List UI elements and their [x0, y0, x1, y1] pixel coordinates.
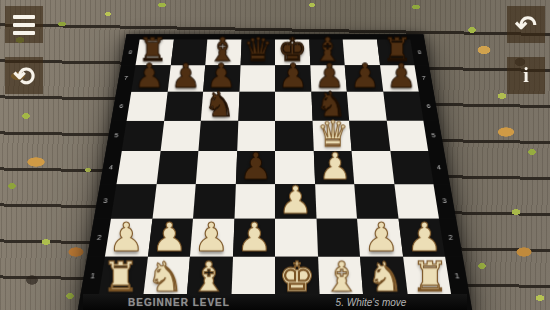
square-b6[interactable]: [164, 92, 203, 121]
undo-button[interactable]: ↶: [507, 6, 545, 43]
piece-black-knight-c6[interactable]: ♞: [201, 85, 238, 124]
piece-black-pawn-a7[interactable]: ♟: [131, 57, 167, 94]
square-h8[interactable]: ♜: [377, 39, 415, 64]
square-a5[interactable]: [122, 120, 164, 151]
square-c2[interactable]: ♟: [190, 219, 234, 257]
square-g8[interactable]: [343, 39, 380, 64]
square-c3[interactable]: [193, 184, 235, 219]
square-h4[interactable]: [390, 151, 434, 184]
rank-label-right-8: 8: [410, 39, 429, 64]
piece-black-rook-h8[interactable]: ♜: [380, 31, 415, 67]
square-c5[interactable]: [198, 120, 238, 151]
square-b5[interactable]: [160, 120, 201, 151]
piece-black-queen-d8[interactable]: ♛: [240, 31, 275, 67]
status-bar: BEGINNER LEVEL 5. White's move: [83, 294, 467, 310]
square-e7[interactable]: ♟: [275, 65, 311, 92]
square-f6[interactable]: ♞: [311, 92, 349, 121]
square-d2[interactable]: ♟: [232, 219, 275, 257]
square-e5[interactable]: [275, 120, 313, 151]
square-c4[interactable]: [196, 151, 237, 184]
square-d6[interactable]: [238, 92, 275, 121]
level-label: BEGINNER LEVEL: [83, 297, 275, 308]
menu-button[interactable]: [5, 6, 43, 43]
square-g5[interactable]: [349, 120, 390, 151]
chessboard-scene: 8♜♝♛♚♝♜87♟♟♟♟♟♟♟76♞♞65♛54♟♟43♟32♟♟♟♟♟♟21…: [105, 0, 445, 310]
square-h2[interactable]: ♟: [398, 219, 445, 257]
square-b3[interactable]: [152, 184, 196, 219]
square-g4[interactable]: [352, 151, 394, 184]
square-a1[interactable]: ♜: [99, 256, 148, 296]
board-frame-top: [126, 34, 425, 39]
square-g2[interactable]: ♟: [357, 219, 403, 257]
square-a6[interactable]: [127, 92, 168, 121]
piece-black-pawn-c7[interactable]: ♟: [203, 57, 239, 94]
undo-icon: ↶: [515, 12, 537, 38]
piece-black-knight-f6[interactable]: ♞: [312, 85, 349, 124]
square-b4[interactable]: [156, 151, 198, 184]
square-h7[interactable]: ♟: [380, 65, 419, 92]
rank-label-left-8: 8: [121, 39, 140, 64]
piece-black-bishop-c8[interactable]: ♝: [205, 31, 240, 67]
info-button[interactable]: i: [507, 57, 545, 94]
square-h3[interactable]: [394, 184, 439, 219]
square-e6[interactable]: [275, 92, 312, 121]
square-g6[interactable]: [347, 92, 386, 121]
piece-black-pawn-h7[interactable]: ♟: [383, 57, 419, 94]
square-a3[interactable]: [111, 184, 156, 219]
piece-black-pawn-g7[interactable]: ♟: [347, 57, 383, 94]
rank-label-left-6: 6: [111, 92, 131, 121]
rank-label-right-4: 4: [428, 151, 450, 184]
square-h6[interactable]: [383, 92, 424, 121]
square-f1[interactable]: ♝: [318, 256, 364, 296]
square-d4[interactable]: ♟: [235, 151, 275, 184]
square-h1[interactable]: ♜: [403, 256, 452, 296]
piece-white-pawn-d2[interactable]: ♟: [233, 215, 275, 259]
rotate-icon: ⟲: [13, 63, 35, 89]
square-f7[interactable]: ♟: [310, 65, 347, 92]
square-g3[interactable]: [354, 184, 398, 219]
rank-label-right-6: 6: [419, 92, 439, 121]
square-d7[interactable]: [239, 65, 275, 92]
rank-label-left-7: 7: [116, 65, 135, 92]
square-f8[interactable]: ♝: [309, 39, 345, 64]
square-e8[interactable]: ♚: [275, 39, 310, 64]
square-a7[interactable]: ♟: [131, 65, 170, 92]
square-a8[interactable]: ♜: [136, 39, 174, 64]
piece-white-pawn-e3[interactable]: ♟: [275, 179, 316, 222]
square-e1[interactable]: ♚: [275, 256, 319, 296]
move-status: 5. White's move: [275, 297, 467, 308]
square-c1[interactable]: ♝: [187, 256, 233, 296]
square-c6[interactable]: ♞: [201, 92, 239, 121]
square-e3[interactable]: ♟: [275, 184, 316, 219]
square-f4[interactable]: ♟: [313, 151, 354, 184]
square-d8[interactable]: ♛: [240, 39, 275, 64]
rank-label-left-5: 5: [106, 120, 127, 151]
piece-black-pawn-e7[interactable]: ♟: [275, 57, 311, 94]
piece-black-pawn-f7[interactable]: ♟: [311, 57, 347, 94]
piece-white-pawn-f4[interactable]: ♟: [315, 146, 355, 187]
rank-label-right-5: 5: [423, 120, 444, 151]
square-f2[interactable]: [316, 219, 360, 257]
hamburger-icon: [13, 31, 35, 35]
rank-label-right-7: 7: [414, 65, 433, 92]
piece-black-rook-a8[interactable]: ♜: [136, 31, 171, 67]
hamburger-icon: [13, 15, 35, 19]
square-b1[interactable]: ♞: [143, 256, 190, 296]
hamburger-icon: [13, 23, 35, 27]
square-h5[interactable]: [386, 120, 428, 151]
square-d3[interactable]: [234, 184, 275, 219]
rotate-board-button[interactable]: ⟲: [5, 57, 43, 94]
square-a2[interactable]: ♟: [105, 219, 152, 257]
square-b8[interactable]: [170, 39, 207, 64]
square-d1[interactable]: [231, 256, 275, 296]
square-a4[interactable]: [117, 151, 161, 184]
piece-black-king-e8[interactable]: ♚: [275, 31, 310, 67]
square-g7[interactable]: ♟: [345, 65, 383, 92]
square-c7[interactable]: ♟: [203, 65, 240, 92]
square-b7[interactable]: ♟: [167, 65, 205, 92]
piece-black-bishop-f8[interactable]: ♝: [310, 31, 345, 67]
square-f3[interactable]: [315, 184, 357, 219]
square-b2[interactable]: ♟: [147, 219, 193, 257]
square-e2[interactable]: [275, 219, 318, 257]
info-icon: i: [523, 64, 529, 87]
piece-black-pawn-d4[interactable]: ♟: [235, 146, 275, 187]
square-c8[interactable]: ♝: [205, 39, 241, 64]
piece-black-pawn-b7[interactable]: ♟: [167, 57, 203, 94]
square-g1[interactable]: ♞: [360, 256, 407, 296]
board: 8♜♝♛♚♝♜87♟♟♟♟♟♟♟76♞♞65♛54♟♟43♟32♟♟♟♟♟♟21…: [76, 34, 473, 310]
